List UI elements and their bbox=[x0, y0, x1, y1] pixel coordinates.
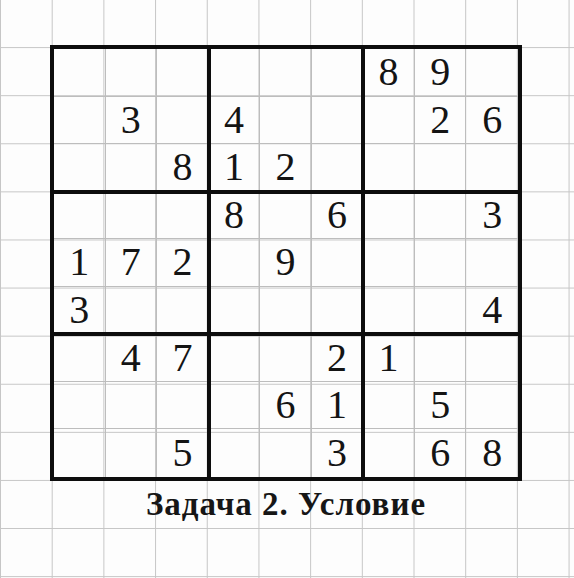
cell-r7c1[interactable] bbox=[54, 334, 106, 382]
cell-r1c7[interactable]: 8 bbox=[363, 49, 415, 97]
cell-r9c9[interactable]: 8 bbox=[466, 429, 518, 477]
cell-r9c8[interactable]: 6 bbox=[415, 429, 467, 477]
cell-r4c1[interactable] bbox=[54, 192, 106, 240]
cell-r3c4[interactable]: 1 bbox=[209, 144, 261, 192]
cell-r1c6[interactable] bbox=[312, 49, 364, 97]
cell-r3c8[interactable] bbox=[415, 144, 467, 192]
cell-r2c5[interactable] bbox=[260, 97, 312, 145]
cell-r4c8[interactable] bbox=[415, 192, 467, 240]
cell-r1c3[interactable] bbox=[157, 49, 209, 97]
cell-r1c2[interactable] bbox=[106, 49, 158, 97]
cell-r2c8[interactable]: 2 bbox=[415, 97, 467, 145]
cell-r5c2[interactable]: 7 bbox=[106, 239, 158, 287]
cell-r7c2[interactable]: 4 bbox=[106, 334, 158, 382]
cell-r1c5[interactable] bbox=[260, 49, 312, 97]
cell-r6c4[interactable] bbox=[209, 287, 261, 335]
cell-r3c3[interactable]: 8 bbox=[157, 144, 209, 192]
cell-r3c5[interactable]: 2 bbox=[260, 144, 312, 192]
cell-r8c4[interactable] bbox=[209, 382, 261, 430]
cell-r9c4[interactable] bbox=[209, 429, 261, 477]
cell-r6c6[interactable] bbox=[312, 287, 364, 335]
cell-r6c2[interactable] bbox=[106, 287, 158, 335]
cell-r2c9[interactable]: 6 bbox=[466, 97, 518, 145]
cell-r8c7[interactable] bbox=[363, 382, 415, 430]
cell-r5c9[interactable] bbox=[466, 239, 518, 287]
cell-r5c4[interactable] bbox=[209, 239, 261, 287]
cell-r9c1[interactable] bbox=[54, 429, 106, 477]
cell-r3c6[interactable] bbox=[312, 144, 364, 192]
cell-r8c9[interactable] bbox=[466, 382, 518, 430]
cell-r2c3[interactable] bbox=[157, 97, 209, 145]
cell-r7c8[interactable] bbox=[415, 334, 467, 382]
cell-r9c5[interactable] bbox=[260, 429, 312, 477]
cell-r9c2[interactable] bbox=[106, 429, 158, 477]
cell-r7c3[interactable]: 7 bbox=[157, 334, 209, 382]
cell-r5c6[interactable] bbox=[312, 239, 364, 287]
cell-r6c1[interactable]: 3 bbox=[54, 287, 106, 335]
cell-r3c9[interactable] bbox=[466, 144, 518, 192]
puzzle-caption: Задача 2. Условие bbox=[50, 481, 522, 527]
cell-r7c5[interactable] bbox=[260, 334, 312, 382]
cell-r4c5[interactable] bbox=[260, 192, 312, 240]
box-divider-horizontal-1 bbox=[54, 190, 518, 194]
cell-r9c3[interactable]: 5 bbox=[157, 429, 209, 477]
cell-r4c4[interactable]: 8 bbox=[209, 192, 261, 240]
cell-r5c5[interactable]: 9 bbox=[260, 239, 312, 287]
cell-r6c3[interactable] bbox=[157, 287, 209, 335]
cell-r1c4[interactable] bbox=[209, 49, 261, 97]
cell-r2c4[interactable]: 4 bbox=[209, 97, 261, 145]
cell-r9c6[interactable]: 3 bbox=[312, 429, 364, 477]
cell-r8c6[interactable]: 1 bbox=[312, 382, 364, 430]
cell-r1c9[interactable] bbox=[466, 49, 518, 97]
cell-r4c3[interactable] bbox=[157, 192, 209, 240]
cell-r6c9[interactable]: 4 bbox=[466, 287, 518, 335]
box-divider-horizontal-2 bbox=[54, 332, 518, 336]
cell-r7c9[interactable] bbox=[466, 334, 518, 382]
cell-r5c8[interactable] bbox=[415, 239, 467, 287]
cell-r7c4[interactable] bbox=[209, 334, 261, 382]
box-divider-vertical-1 bbox=[207, 49, 211, 477]
box-divider-vertical-2 bbox=[361, 49, 365, 477]
cell-r3c7[interactable] bbox=[363, 144, 415, 192]
cell-r5c3[interactable]: 2 bbox=[157, 239, 209, 287]
cell-r4c6[interactable]: 6 bbox=[312, 192, 364, 240]
cell-r5c7[interactable] bbox=[363, 239, 415, 287]
cell-r1c8[interactable]: 9 bbox=[415, 49, 467, 97]
cell-r8c3[interactable] bbox=[157, 382, 209, 430]
cell-r9c7[interactable] bbox=[363, 429, 415, 477]
cell-r6c7[interactable] bbox=[363, 287, 415, 335]
cell-r7c7[interactable]: 1 bbox=[363, 334, 415, 382]
cell-r3c1[interactable] bbox=[54, 144, 106, 192]
cell-r2c2[interactable]: 3 bbox=[106, 97, 158, 145]
cell-r4c2[interactable] bbox=[106, 192, 158, 240]
cell-r7c6[interactable]: 2 bbox=[312, 334, 364, 382]
cell-r8c2[interactable] bbox=[106, 382, 158, 430]
sudoku-grid: 89342681286317293447216155368 bbox=[54, 49, 518, 477]
cell-r6c8[interactable] bbox=[415, 287, 467, 335]
cell-r3c2[interactable] bbox=[106, 144, 158, 192]
cell-r2c7[interactable] bbox=[363, 97, 415, 145]
cell-r2c1[interactable] bbox=[54, 97, 106, 145]
cell-r4c9[interactable]: 3 bbox=[466, 192, 518, 240]
cell-r5c1[interactable]: 1 bbox=[54, 239, 106, 287]
cell-r8c1[interactable] bbox=[54, 382, 106, 430]
cell-r6c5[interactable] bbox=[260, 287, 312, 335]
cell-r2c6[interactable] bbox=[312, 97, 364, 145]
sudoku-board: 89342681286317293447216155368 bbox=[50, 45, 522, 481]
cell-r8c5[interactable]: 6 bbox=[260, 382, 312, 430]
cell-r1c1[interactable] bbox=[54, 49, 106, 97]
cell-r4c7[interactable] bbox=[363, 192, 415, 240]
cell-r8c8[interactable]: 5 bbox=[415, 382, 467, 430]
